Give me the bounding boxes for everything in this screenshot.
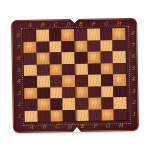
coord-label: C	[49, 20, 62, 29]
square-b6[interactable]	[36, 52, 49, 64]
coord-label: 4	[13, 76, 24, 88]
file-labels-bottom: ABCDEFGH	[25, 121, 127, 133]
square-b5[interactable]	[37, 64, 50, 76]
coord-label: F	[87, 20, 100, 29]
square-a8[interactable]	[23, 30, 36, 42]
coord-label: G	[101, 121, 114, 131]
square-g4[interactable]	[100, 74, 113, 86]
square-a7[interactable]	[23, 41, 36, 53]
coord-label: E	[74, 20, 87, 29]
fold-hinge-notch-top	[70, 19, 79, 23]
square-e7[interactable]	[74, 40, 87, 52]
square-d8[interactable]	[61, 29, 74, 41]
square-e2[interactable]	[75, 98, 88, 110]
square-c2[interactable]	[50, 98, 63, 110]
square-g3[interactable]	[101, 86, 114, 98]
coord-label: A	[23, 21, 36, 30]
fold-hinge-notch-bottom	[73, 127, 81, 132]
coord-label: A	[25, 123, 38, 133]
coord-label: 6	[13, 53, 24, 65]
square-b1[interactable]	[37, 110, 50, 122]
square-e5[interactable]	[75, 63, 88, 75]
square-g8[interactable]	[100, 28, 113, 40]
square-a5[interactable]	[24, 64, 37, 76]
square-f2[interactable]	[88, 98, 101, 110]
square-c1[interactable]	[50, 110, 63, 122]
coord-label: 3	[13, 87, 24, 99]
square-h3[interactable]	[113, 86, 126, 98]
square-c7[interactable]	[49, 41, 62, 53]
square-d3[interactable]	[62, 86, 75, 98]
coord-label: D	[61, 20, 74, 29]
coord-label: 7	[126, 39, 138, 51]
square-h8[interactable]	[112, 28, 125, 40]
rank-labels-right: 87654321	[126, 28, 140, 120]
square-d4[interactable]	[62, 75, 75, 87]
coord-label: 7	[12, 41, 23, 53]
square-f6[interactable]	[87, 52, 100, 64]
square-h1[interactable]	[114, 109, 127, 121]
coord-label: F	[89, 122, 102, 132]
square-b8[interactable]	[36, 29, 49, 41]
square-g5[interactable]	[100, 63, 113, 75]
coord-label: 8	[126, 28, 138, 40]
coord-label: 5	[127, 62, 139, 74]
square-h7[interactable]	[113, 40, 126, 52]
coord-label: H	[114, 121, 127, 131]
square-d6[interactable]	[62, 52, 75, 64]
square-h5[interactable]	[113, 63, 126, 75]
square-a6[interactable]	[24, 53, 37, 65]
square-g6[interactable]	[100, 51, 113, 63]
coord-label: 3	[127, 85, 139, 97]
square-e1[interactable]	[76, 109, 89, 121]
square-e8[interactable]	[74, 29, 87, 41]
square-e6[interactable]	[75, 52, 88, 64]
coord-label: G	[100, 19, 113, 28]
square-g1[interactable]	[101, 109, 114, 121]
chess-board: ABCDEFGH ABCDEFGH 87654321 87654321	[11, 18, 139, 133]
coord-label: 1	[128, 108, 140, 120]
square-a3[interactable]	[24, 87, 37, 99]
square-f5[interactable]	[88, 63, 101, 75]
coord-label: B	[36, 20, 49, 29]
square-b4[interactable]	[37, 75, 50, 87]
square-a1[interactable]	[25, 110, 38, 122]
square-e3[interactable]	[75, 86, 88, 98]
square-f3[interactable]	[88, 86, 101, 98]
square-d7[interactable]	[62, 41, 75, 53]
square-g7[interactable]	[100, 40, 113, 52]
coord-label: 4	[127, 74, 139, 86]
coord-label: D	[63, 122, 76, 132]
square-f7[interactable]	[87, 40, 100, 52]
coord-label: H	[112, 19, 125, 28]
coord-label: 8	[12, 30, 23, 42]
coord-label: 5	[13, 64, 24, 76]
coord-label: 2	[13, 99, 24, 111]
square-e4[interactable]	[75, 75, 88, 87]
coord-label: B	[38, 122, 51, 132]
coord-label: E	[76, 122, 89, 132]
square-b3[interactable]	[37, 87, 50, 99]
board-grid	[23, 28, 127, 122]
square-f4[interactable]	[88, 75, 101, 87]
coord-label: C	[50, 122, 63, 132]
square-f1[interactable]	[88, 109, 101, 121]
square-f8[interactable]	[87, 29, 100, 41]
square-h4[interactable]	[113, 74, 126, 86]
coord-label: 2	[127, 97, 139, 109]
square-d2[interactable]	[63, 98, 76, 110]
square-h6[interactable]	[113, 51, 126, 63]
square-a4[interactable]	[24, 76, 37, 88]
coord-label: 1	[14, 110, 25, 122]
square-a2[interactable]	[24, 99, 37, 111]
square-c3[interactable]	[50, 87, 63, 99]
square-c6[interactable]	[49, 52, 62, 64]
square-d5[interactable]	[62, 64, 75, 76]
product-photo-background: ABCDEFGH ABCDEFGH 87654321 87654321	[0, 0, 150, 150]
square-c4[interactable]	[49, 75, 62, 87]
square-b2[interactable]	[37, 98, 50, 110]
square-h2[interactable]	[114, 97, 127, 109]
coord-label: 6	[127, 51, 139, 63]
square-b7[interactable]	[36, 41, 49, 53]
square-c8[interactable]	[49, 29, 62, 41]
square-g2[interactable]	[101, 97, 114, 109]
square-d1[interactable]	[63, 109, 76, 121]
square-c5[interactable]	[49, 64, 62, 76]
